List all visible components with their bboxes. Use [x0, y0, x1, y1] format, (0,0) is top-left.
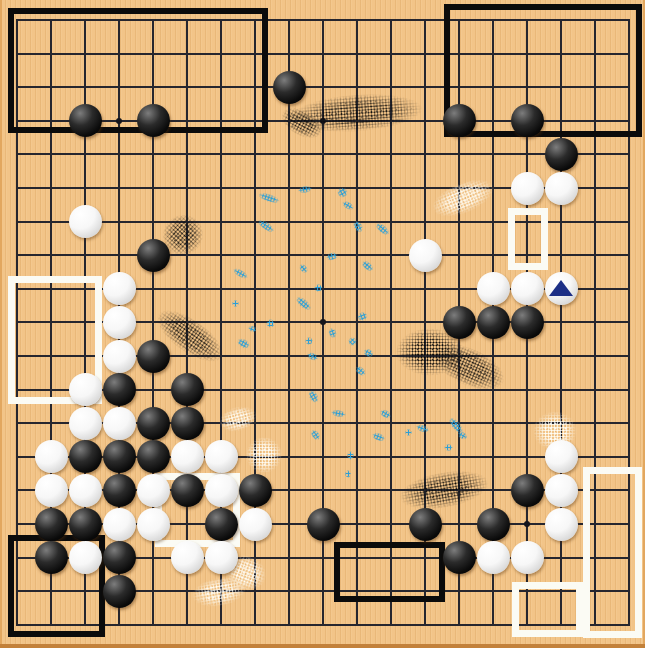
stone-black — [103, 373, 136, 406]
stone-black — [205, 508, 238, 541]
stone-black — [239, 474, 272, 507]
triangle-marker — [549, 280, 573, 296]
stone-white — [511, 272, 544, 305]
spray-mark-blue — [246, 323, 259, 334]
spray-mark-blue — [455, 428, 471, 442]
stone-black — [511, 104, 544, 137]
stone-black — [511, 474, 544, 507]
stone-white — [137, 508, 170, 541]
spray-mark-blue — [443, 443, 454, 452]
stone-white — [409, 239, 442, 272]
spray-mark-blue — [358, 257, 377, 276]
spray-mark-blue — [291, 292, 316, 315]
white-rect-annotation — [508, 208, 548, 270]
stone-white — [239, 508, 272, 541]
spray-mark-blue — [404, 428, 413, 437]
stone-white — [511, 541, 544, 574]
stone-white — [35, 474, 68, 507]
stone-white — [477, 541, 510, 574]
stone-white — [545, 508, 578, 541]
spray-mark-blue — [313, 283, 324, 293]
spray-mark-blue — [344, 469, 352, 479]
spray-mark-blue — [295, 184, 314, 196]
stone-black — [103, 440, 136, 473]
stone-black — [477, 306, 510, 339]
stone-white — [477, 272, 510, 305]
stone-black — [273, 71, 306, 104]
spray-mark-blue — [265, 318, 276, 329]
stone-black — [69, 440, 102, 473]
spray-mark-blue — [296, 261, 311, 277]
stone-white — [103, 306, 136, 339]
go-board[interactable] — [0, 0, 645, 648]
spray-mark-blue — [360, 345, 376, 360]
stone-white — [103, 272, 136, 305]
stone-white — [69, 541, 102, 574]
stone-black — [171, 474, 204, 507]
stone-black — [443, 306, 476, 339]
stone-black — [103, 474, 136, 507]
spray-mark-blue — [328, 407, 348, 419]
stone-white — [69, 474, 102, 507]
stone-white — [511, 172, 544, 205]
stone-black — [171, 373, 204, 406]
stone-white — [545, 172, 578, 205]
spray-mark-white — [240, 431, 288, 479]
stone-white — [103, 340, 136, 373]
spray-mark-blue — [304, 336, 314, 346]
spray-mark-blue — [229, 264, 252, 282]
stone-white — [35, 440, 68, 473]
stone-black — [103, 541, 136, 574]
black-rect-annotation — [334, 542, 445, 602]
stone-black — [545, 138, 578, 171]
stone-white — [545, 474, 578, 507]
stone-white — [205, 474, 238, 507]
stone-black — [137, 440, 170, 473]
white-rect-annotation — [512, 582, 583, 637]
spray-mark-blue — [352, 362, 370, 379]
stone-black — [137, 407, 170, 440]
spray-mark-blue — [346, 450, 355, 461]
stone-black — [443, 104, 476, 137]
stone-black — [511, 306, 544, 339]
stone-black — [409, 508, 442, 541]
spray-mark-blue — [254, 189, 284, 207]
stone-white — [103, 508, 136, 541]
stone-white — [69, 373, 102, 406]
stone-white — [545, 440, 578, 473]
stone-black — [103, 575, 136, 608]
stone-black — [137, 239, 170, 272]
stone-black — [307, 508, 340, 541]
stone-black — [477, 508, 510, 541]
stone-black — [443, 541, 476, 574]
spray-mark-blue — [323, 250, 340, 264]
stone-black — [35, 541, 68, 574]
star-point — [320, 319, 326, 325]
stone-white — [171, 541, 204, 574]
stone-white — [103, 407, 136, 440]
stone-black — [171, 407, 204, 440]
white-rect-annotation — [583, 467, 642, 638]
stone-white — [205, 440, 238, 473]
stone-white — [205, 541, 238, 574]
stone-black — [69, 508, 102, 541]
star-point — [524, 521, 530, 527]
spray-mark-blue — [253, 215, 278, 237]
stone-black — [35, 508, 68, 541]
spray-mark-blue — [339, 198, 357, 214]
stone-white — [137, 474, 170, 507]
stone-white — [171, 440, 204, 473]
stone-black — [137, 104, 170, 137]
stone-black — [69, 104, 102, 137]
stone-black — [137, 340, 170, 373]
spray-mark-blue — [326, 325, 340, 341]
spray-mark-blue — [304, 349, 321, 363]
stone-white — [69, 205, 102, 238]
stone-white — [69, 407, 102, 440]
spray-mark-blue — [369, 429, 388, 444]
spray-mark-blue — [231, 299, 240, 308]
